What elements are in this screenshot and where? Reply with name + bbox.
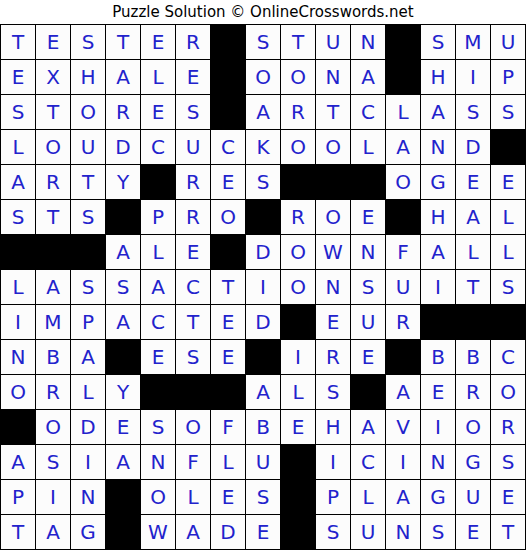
letter-cell: P — [71, 305, 105, 339]
crossword-grid: TESTERSTUNSMUEXHALEOONAHIPSTORESARTCLASS… — [0, 24, 526, 550]
letter-cell: E — [246, 515, 280, 549]
letter-cell: O — [386, 165, 420, 199]
letter-cell: A — [71, 340, 105, 374]
letter-cell: G — [421, 165, 455, 199]
letter-cell: A — [176, 515, 210, 549]
letter-cell: F — [176, 445, 210, 479]
letter-cell: E — [456, 515, 490, 549]
black-cell — [281, 305, 315, 339]
letter-cell: A — [421, 235, 455, 269]
letter-cell: L — [456, 235, 490, 269]
black-cell — [386, 60, 420, 94]
letter-cell: S — [456, 95, 490, 129]
letter-cell: D — [106, 130, 140, 164]
black-cell — [351, 165, 385, 199]
letter-cell: R — [176, 200, 210, 234]
letter-cell: E — [281, 410, 315, 444]
letter-cell: O — [281, 270, 315, 304]
letter-cell: N — [71, 480, 105, 514]
letter-cell: T — [71, 165, 105, 199]
letter-cell: T — [36, 200, 70, 234]
letter-cell: O — [281, 235, 315, 269]
letter-cell: O — [141, 480, 175, 514]
letter-cell: S — [246, 25, 280, 59]
letter-cell: S — [351, 270, 385, 304]
letter-cell: L — [141, 235, 175, 269]
letter-cell: E — [491, 165, 525, 199]
letter-cell: S — [421, 25, 455, 59]
letter-cell: E — [351, 200, 385, 234]
black-cell — [246, 340, 280, 374]
black-cell — [281, 445, 315, 479]
black-cell — [211, 375, 245, 409]
letter-cell: A — [246, 95, 280, 129]
letter-cell: X — [36, 60, 70, 94]
letter-cell: A — [386, 375, 420, 409]
letter-cell: P — [491, 60, 525, 94]
letter-cell: T — [316, 95, 350, 129]
letter-cell: I — [71, 445, 105, 479]
letter-cell: O — [176, 410, 210, 444]
letter-cell: T — [176, 305, 210, 339]
letter-cell: S — [106, 270, 140, 304]
letter-cell: E — [106, 410, 140, 444]
letter-cell: L — [351, 480, 385, 514]
black-cell — [141, 165, 175, 199]
black-cell — [456, 305, 490, 339]
letter-cell: W — [316, 235, 350, 269]
letter-cell: E — [421, 375, 455, 409]
letter-cell: V — [386, 410, 420, 444]
letter-cell: L — [491, 235, 525, 269]
letter-cell: F — [386, 235, 420, 269]
letter-cell: H — [421, 200, 455, 234]
letter-cell: L — [176, 480, 210, 514]
black-cell — [281, 480, 315, 514]
letter-cell: U — [176, 130, 210, 164]
black-cell — [316, 165, 350, 199]
black-cell — [71, 235, 105, 269]
letter-cell: R — [176, 25, 210, 59]
letter-cell: I — [1, 305, 35, 339]
letter-cell: S — [316, 375, 350, 409]
letter-cell: A — [36, 270, 70, 304]
black-cell — [106, 515, 140, 549]
letter-cell: S — [141, 410, 175, 444]
letter-cell: R — [106, 95, 140, 129]
letter-cell: O — [71, 95, 105, 129]
letter-cell: E — [141, 25, 175, 59]
letter-cell: A — [106, 445, 140, 479]
letter-cell: U — [456, 480, 490, 514]
letter-cell: O — [246, 60, 280, 94]
letter-cell: E — [351, 340, 385, 374]
letter-cell: I — [421, 410, 455, 444]
letter-cell: U — [386, 270, 420, 304]
letter-cell: A — [386, 130, 420, 164]
letter-cell: S — [71, 200, 105, 234]
black-cell — [106, 340, 140, 374]
letter-cell: M — [456, 25, 490, 59]
letter-cell: B — [36, 340, 70, 374]
letter-cell: I — [386, 445, 420, 479]
letter-cell: E — [141, 95, 175, 129]
letter-cell: E — [211, 165, 245, 199]
letter-cell: N — [316, 60, 350, 94]
letter-cell: O — [456, 410, 490, 444]
black-cell — [141, 375, 175, 409]
letter-cell: A — [1, 165, 35, 199]
letter-cell: D — [211, 515, 245, 549]
letter-cell: P — [141, 200, 175, 234]
letter-cell: T — [491, 515, 525, 549]
letter-cell: S — [491, 445, 525, 479]
black-cell — [491, 305, 525, 339]
puzzle-solution-page: Puzzle Solution © OnlineCrosswords.net T… — [0, 0, 526, 551]
letter-cell: S — [176, 95, 210, 129]
black-cell — [281, 165, 315, 199]
letter-cell: I — [421, 270, 455, 304]
letter-cell: S — [491, 270, 525, 304]
letter-cell: W — [141, 515, 175, 549]
black-cell — [211, 95, 245, 129]
letter-cell: S — [246, 480, 280, 514]
letter-cell: T — [456, 270, 490, 304]
letter-cell: A — [141, 270, 175, 304]
letter-cell: L — [211, 445, 245, 479]
letter-cell: A — [106, 305, 140, 339]
letter-cell: A — [36, 515, 70, 549]
black-cell — [176, 375, 210, 409]
letter-cell: A — [386, 480, 420, 514]
letter-cell: L — [281, 375, 315, 409]
letter-cell: U — [351, 305, 385, 339]
letter-cell: E — [36, 25, 70, 59]
letter-cell: S — [491, 95, 525, 129]
letter-cell: A — [246, 375, 280, 409]
black-cell — [246, 200, 280, 234]
letter-cell: A — [106, 60, 140, 94]
letter-cell: E — [211, 480, 245, 514]
black-cell — [36, 235, 70, 269]
letter-cell: I — [456, 60, 490, 94]
letter-cell: C — [351, 445, 385, 479]
letter-cell: C — [141, 305, 175, 339]
letter-cell: O — [281, 130, 315, 164]
black-cell — [281, 515, 315, 549]
black-cell — [351, 375, 385, 409]
letter-cell: K — [246, 130, 280, 164]
letter-cell: L — [386, 95, 420, 129]
letter-cell: R — [36, 375, 70, 409]
letter-cell: I — [281, 340, 315, 374]
letter-cell: C — [176, 270, 210, 304]
letter-cell: B — [246, 410, 280, 444]
letter-cell: L — [491, 200, 525, 234]
letter-cell: D — [246, 235, 280, 269]
black-cell — [1, 410, 35, 444]
letter-cell: B — [421, 340, 455, 374]
black-cell — [421, 305, 455, 339]
black-cell — [106, 200, 140, 234]
letter-cell: L — [351, 130, 385, 164]
letter-cell: R — [36, 165, 70, 199]
letter-cell: A — [1, 445, 35, 479]
black-cell — [491, 130, 525, 164]
black-cell — [211, 235, 245, 269]
letter-cell: S — [1, 95, 35, 129]
letter-cell: E — [141, 340, 175, 374]
letter-cell: T — [106, 25, 140, 59]
letter-cell: T — [211, 270, 245, 304]
black-cell — [211, 25, 245, 59]
letter-cell: S — [1, 200, 35, 234]
letter-cell: Y — [106, 165, 140, 199]
letter-cell: G — [456, 445, 490, 479]
letter-cell: C — [141, 130, 175, 164]
letter-cell: N — [1, 340, 35, 374]
letter-cell: U — [71, 130, 105, 164]
letter-cell: N — [351, 235, 385, 269]
letter-cell: M — [36, 305, 70, 339]
letter-cell: T — [1, 515, 35, 549]
letter-cell: S — [316, 515, 350, 549]
letter-cell: N — [141, 445, 175, 479]
letter-cell: L — [71, 375, 105, 409]
letter-cell: E — [211, 340, 245, 374]
letter-cell: N — [351, 25, 385, 59]
letter-cell: T — [281, 25, 315, 59]
black-cell — [211, 60, 245, 94]
letter-cell: D — [456, 130, 490, 164]
letter-cell: D — [71, 410, 105, 444]
letter-cell: L — [1, 270, 35, 304]
letter-cell: E — [176, 235, 210, 269]
letter-cell: T — [36, 95, 70, 129]
letter-cell: R — [491, 410, 525, 444]
letter-cell: L — [1, 130, 35, 164]
letter-cell: H — [316, 410, 350, 444]
letter-cell: R — [316, 340, 350, 374]
letter-cell: P — [1, 480, 35, 514]
letter-cell: S — [246, 165, 280, 199]
letter-cell: C — [491, 340, 525, 374]
letter-cell: O — [211, 200, 245, 234]
letter-cell: S — [176, 340, 210, 374]
letter-cell: O — [316, 200, 350, 234]
black-cell — [386, 340, 420, 374]
letter-cell: E — [176, 60, 210, 94]
letter-cell: R — [281, 95, 315, 129]
letter-cell: I — [246, 270, 280, 304]
letter-cell: T — [1, 25, 35, 59]
letter-cell: P — [316, 480, 350, 514]
black-cell — [106, 480, 140, 514]
letter-cell: N — [421, 130, 455, 164]
letter-cell: H — [71, 60, 105, 94]
letter-cell: N — [316, 270, 350, 304]
letter-cell: S — [71, 25, 105, 59]
letter-cell: N — [386, 515, 420, 549]
letter-cell: G — [421, 480, 455, 514]
letter-cell: E — [211, 305, 245, 339]
letter-cell: E — [316, 305, 350, 339]
letter-cell: O — [316, 130, 350, 164]
letter-cell: O — [36, 410, 70, 444]
letter-cell: S — [36, 445, 70, 479]
letter-cell: B — [456, 340, 490, 374]
letter-cell: A — [106, 235, 140, 269]
letter-cell: E — [491, 480, 525, 514]
letter-cell: A — [421, 95, 455, 129]
letter-cell: R — [386, 305, 420, 339]
letter-cell: N — [421, 445, 455, 479]
letter-cell: U — [246, 445, 280, 479]
black-cell — [386, 200, 420, 234]
letter-cell: U — [351, 515, 385, 549]
letter-cell: E — [1, 60, 35, 94]
letter-cell: G — [71, 515, 105, 549]
letter-cell: S — [421, 515, 455, 549]
letter-cell: H — [421, 60, 455, 94]
letter-cell: A — [456, 200, 490, 234]
page-title: Puzzle Solution © OnlineCrosswords.net — [0, 0, 526, 24]
letter-cell: R — [456, 375, 490, 409]
letter-cell: S — [71, 270, 105, 304]
letter-cell: D — [246, 305, 280, 339]
letter-cell: E — [456, 165, 490, 199]
letter-cell: O — [1, 375, 35, 409]
black-cell — [1, 235, 35, 269]
letter-cell: L — [141, 60, 175, 94]
letter-cell: F — [211, 410, 245, 444]
letter-cell: C — [211, 130, 245, 164]
black-cell — [386, 25, 420, 59]
letter-cell: U — [316, 25, 350, 59]
letter-cell: R — [176, 165, 210, 199]
letter-cell: R — [281, 200, 315, 234]
letter-cell: Y — [106, 375, 140, 409]
letter-cell: I — [36, 480, 70, 514]
letter-cell: I — [316, 445, 350, 479]
letter-cell: C — [351, 95, 385, 129]
letter-cell: O — [36, 130, 70, 164]
letter-cell: O — [491, 375, 525, 409]
letter-cell: U — [491, 25, 525, 59]
letter-cell: A — [351, 60, 385, 94]
letter-cell: A — [351, 410, 385, 444]
letter-cell: O — [281, 60, 315, 94]
